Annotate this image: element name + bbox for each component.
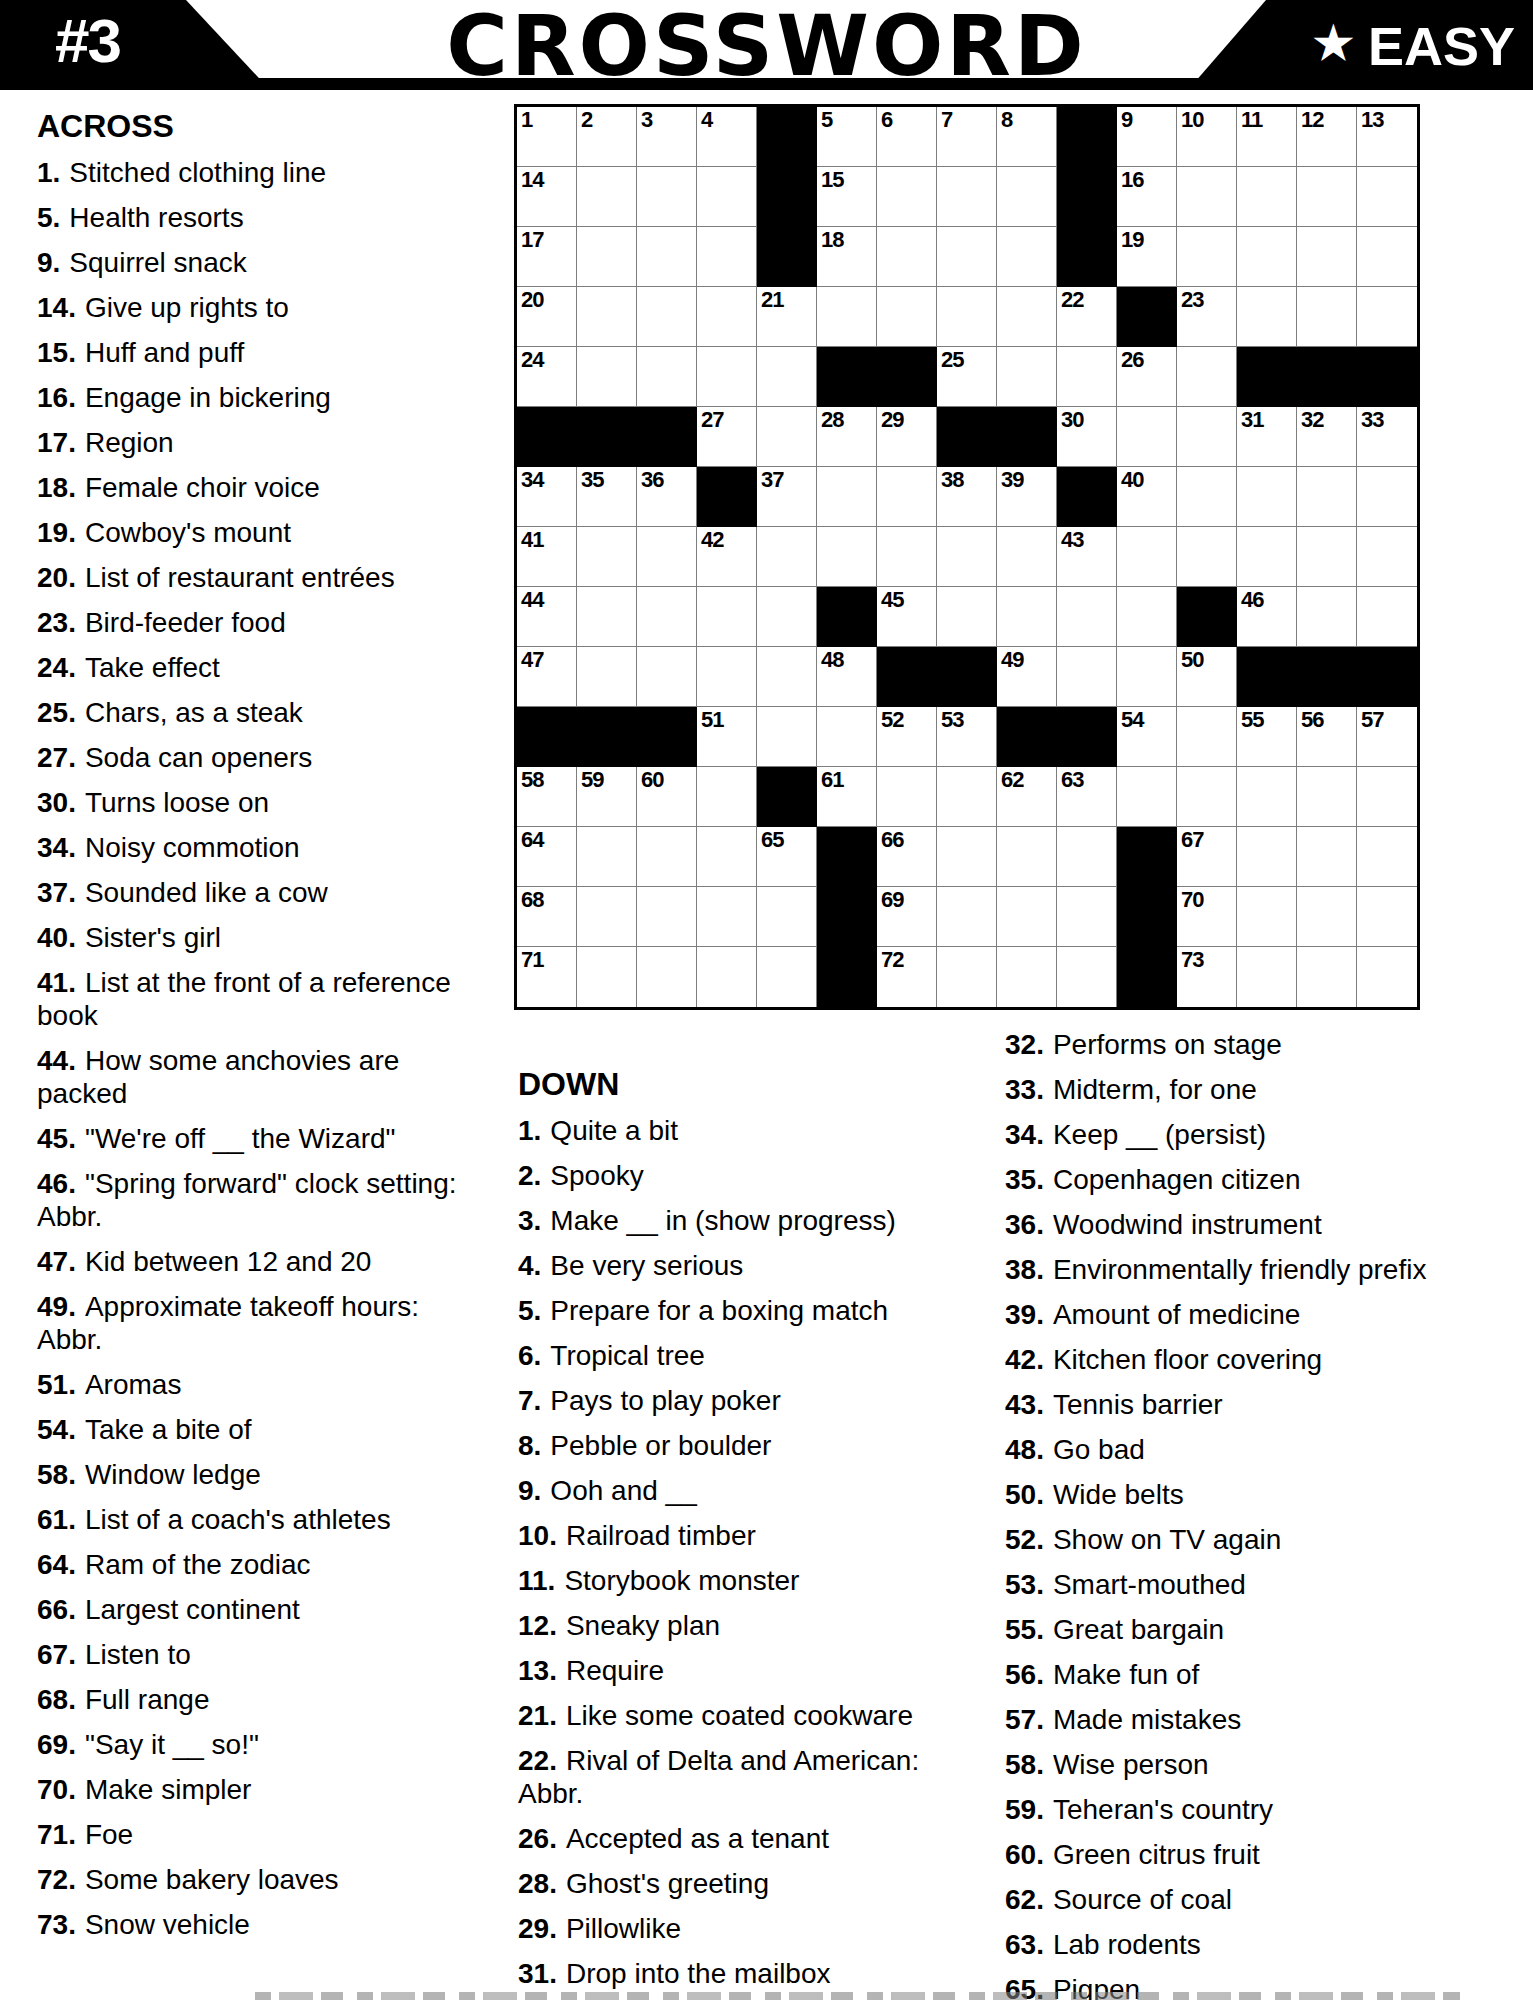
grid-cell-r2c15[interactable] bbox=[1357, 167, 1417, 227]
grid-cell-r13c1[interactable]: 64 bbox=[517, 827, 577, 887]
down-clues-continued-column: 32.Performs on stage33.Midterm, for one3… bbox=[1005, 1028, 1530, 2000]
crossword-grid: 1234567891011121314151617181920212223242… bbox=[514, 104, 1420, 1010]
grid-cell-r4c3[interactable] bbox=[637, 287, 697, 347]
grid-cell-r7c14[interactable] bbox=[1297, 467, 1357, 527]
clue-down-43: 43.Tennis barrier bbox=[1005, 1388, 1530, 1421]
grid-cell-r10c15 bbox=[1357, 647, 1417, 707]
clue-number: 64. bbox=[37, 1549, 76, 1580]
grid-cell-r6c11[interactable] bbox=[1117, 407, 1177, 467]
grid-cell-r8c13[interactable] bbox=[1237, 527, 1297, 587]
clue-text: Engage in bickering bbox=[85, 382, 331, 413]
grid-cell-r14c13[interactable] bbox=[1237, 887, 1297, 947]
clue-across-20: 20.List of restaurant entrées bbox=[37, 561, 487, 594]
grid-cell-r7c4 bbox=[697, 467, 757, 527]
grid-cell-r5c2[interactable] bbox=[577, 347, 637, 407]
clue-across-1: 1.Stitched clothing line bbox=[37, 156, 487, 189]
grid-cell-r9c1[interactable]: 44 bbox=[517, 587, 577, 647]
grid-cell-r12c8[interactable] bbox=[937, 767, 997, 827]
grid-cell-r10c1[interactable]: 47 bbox=[517, 647, 577, 707]
grid-cell-r10c6[interactable]: 48 bbox=[817, 647, 877, 707]
grid-cell-r12c13[interactable] bbox=[1237, 767, 1297, 827]
cell-number: 48 bbox=[821, 647, 843, 673]
grid-cell-r4c2[interactable] bbox=[577, 287, 637, 347]
clue-number: 52. bbox=[1005, 1524, 1044, 1555]
grid-cell-r3c12[interactable] bbox=[1177, 227, 1237, 287]
grid-cell-r11c8[interactable]: 53 bbox=[937, 707, 997, 767]
clue-text: Some bakery loaves bbox=[85, 1864, 339, 1895]
clue-text: Take a bite of bbox=[85, 1414, 252, 1445]
grid-cell-r9c2[interactable] bbox=[577, 587, 637, 647]
grid-cell-r10c10[interactable] bbox=[1057, 647, 1117, 707]
clue-text: Sounded like a cow bbox=[85, 877, 328, 908]
clue-number: 13. bbox=[518, 1655, 557, 1686]
grid-cell-r13c15[interactable] bbox=[1357, 827, 1417, 887]
grid-cell-r14c9[interactable] bbox=[997, 887, 1057, 947]
grid-cell-r15c5[interactable] bbox=[757, 947, 817, 1007]
clue-across-72: 72.Some bakery loaves bbox=[37, 1863, 487, 1896]
grid-cell-r11c13[interactable]: 55 bbox=[1237, 707, 1297, 767]
grid-cell-r4c5[interactable]: 21 bbox=[757, 287, 817, 347]
grid-cell-r1c8[interactable]: 7 bbox=[937, 107, 997, 167]
clue-across-40: 40.Sister's girl bbox=[37, 921, 487, 954]
cell-number: 14 bbox=[521, 167, 543, 193]
grid-cell-r12c6[interactable]: 61 bbox=[817, 767, 877, 827]
cell-number: 64 bbox=[521, 827, 543, 853]
grid-cell-r7c9[interactable]: 39 bbox=[997, 467, 1057, 527]
clue-text: Pays to play poker bbox=[550, 1385, 780, 1416]
grid-cell-r3c2[interactable] bbox=[577, 227, 637, 287]
cell-number: 42 bbox=[701, 527, 723, 553]
grid-cell-r12c2[interactable]: 59 bbox=[577, 767, 637, 827]
clue-text: Sister's girl bbox=[85, 922, 221, 953]
grid-cell-r8c8[interactable] bbox=[937, 527, 997, 587]
grid-cell-r3c15[interactable] bbox=[1357, 227, 1417, 287]
clue-text: "Spring forward" clock setting: Abbr. bbox=[37, 1168, 457, 1232]
grid-cell-r14c12[interactable]: 70 bbox=[1177, 887, 1237, 947]
clue-text: Aromas bbox=[85, 1369, 181, 1400]
cell-number: 35 bbox=[581, 467, 603, 493]
grid-cell-r15c11 bbox=[1117, 947, 1177, 1007]
grid-cell-r6c6[interactable]: 28 bbox=[817, 407, 877, 467]
grid-cell-r14c3[interactable] bbox=[637, 887, 697, 947]
grid-cell-r9c5[interactable] bbox=[757, 587, 817, 647]
grid-cell-r9c7[interactable]: 45 bbox=[877, 587, 937, 647]
grid-cell-r7c5[interactable]: 37 bbox=[757, 467, 817, 527]
grid-cell-r14c10[interactable] bbox=[1057, 887, 1117, 947]
grid-cell-r10c5[interactable] bbox=[757, 647, 817, 707]
grid-cell-r11c5[interactable] bbox=[757, 707, 817, 767]
grid-cell-r5c7 bbox=[877, 347, 937, 407]
clue-number: 2. bbox=[518, 1160, 541, 1191]
cell-number: 3 bbox=[641, 107, 652, 133]
grid-cell-r6c12[interactable] bbox=[1177, 407, 1237, 467]
grid-cell-r13c3[interactable] bbox=[637, 827, 697, 887]
grid-cell-r5c4[interactable] bbox=[697, 347, 757, 407]
grid-cell-r1c3[interactable]: 3 bbox=[637, 107, 697, 167]
clue-text: Smart-mouthed bbox=[1053, 1569, 1246, 1600]
grid-cell-r1c15[interactable]: 13 bbox=[1357, 107, 1417, 167]
clue-down-11: 11.Storybook monster bbox=[518, 1564, 978, 1597]
grid-cell-r12c12[interactable] bbox=[1177, 767, 1237, 827]
grid-cell-r1c9[interactable]: 8 bbox=[997, 107, 1057, 167]
clue-number: 55. bbox=[1005, 1614, 1044, 1645]
grid-cell-r10c12[interactable]: 50 bbox=[1177, 647, 1237, 707]
grid-cell-r9c3[interactable] bbox=[637, 587, 697, 647]
grid-cell-r15c1[interactable]: 71 bbox=[517, 947, 577, 1007]
grid-cell-r15c4[interactable] bbox=[697, 947, 757, 1007]
grid-cell-r4c8[interactable] bbox=[937, 287, 997, 347]
cell-number: 18 bbox=[821, 227, 843, 253]
grid-cell-r5c11[interactable]: 26 bbox=[1117, 347, 1177, 407]
grid-cell-r9c4[interactable] bbox=[697, 587, 757, 647]
grid-cell-r9c10[interactable] bbox=[1057, 587, 1117, 647]
clue-down-28: 28.Ghost's greeting bbox=[518, 1867, 978, 1900]
clue-number: 73. bbox=[37, 1909, 76, 1940]
footer-cropped-text bbox=[255, 1992, 1460, 2000]
grid-cell-r6c5[interactable] bbox=[757, 407, 817, 467]
grid-cell-r3c8[interactable] bbox=[937, 227, 997, 287]
clue-number: 33. bbox=[1005, 1074, 1044, 1105]
grid-cell-r13c14[interactable] bbox=[1297, 827, 1357, 887]
clue-down-59: 59.Teheran's country bbox=[1005, 1793, 1530, 1826]
grid-cell-r2c7[interactable] bbox=[877, 167, 937, 227]
grid-cell-r15c12[interactable]: 73 bbox=[1177, 947, 1237, 1007]
grid-cell-r2c4[interactable] bbox=[697, 167, 757, 227]
cell-number: 9 bbox=[1121, 107, 1132, 133]
grid-cell-r13c5[interactable]: 65 bbox=[757, 827, 817, 887]
grid-cell-r8c1[interactable]: 41 bbox=[517, 527, 577, 587]
cell-number: 69 bbox=[881, 887, 903, 913]
grid-cell-r2c8[interactable] bbox=[937, 167, 997, 227]
clue-number: 61. bbox=[37, 1504, 76, 1535]
grid-cell-r7c3[interactable]: 36 bbox=[637, 467, 697, 527]
cell-number: 24 bbox=[521, 347, 543, 373]
clue-number: 47. bbox=[37, 1246, 76, 1277]
grid-cell-r4c7[interactable] bbox=[877, 287, 937, 347]
grid-cell-r3c11[interactable]: 19 bbox=[1117, 227, 1177, 287]
across-clues-column: ACROSS 1.Stitched clothing line5.Health … bbox=[37, 108, 487, 1941]
grid-cell-r7c15[interactable] bbox=[1357, 467, 1417, 527]
grid-cell-r1c12[interactable]: 10 bbox=[1177, 107, 1237, 167]
clue-number: 14. bbox=[37, 292, 76, 323]
grid-cell-r11c4[interactable]: 51 bbox=[697, 707, 757, 767]
cell-number: 58 bbox=[521, 767, 543, 793]
grid-cell-r4c15[interactable] bbox=[1357, 287, 1417, 347]
cell-number: 46 bbox=[1241, 587, 1263, 613]
cell-number: 20 bbox=[521, 287, 543, 313]
grid-cell-r14c1[interactable]: 68 bbox=[517, 887, 577, 947]
grid-cell-r7c11[interactable]: 40 bbox=[1117, 467, 1177, 527]
grid-cell-r11c3 bbox=[637, 707, 697, 767]
grid-cell-r10c14 bbox=[1297, 647, 1357, 707]
grid-cell-r2c11[interactable]: 16 bbox=[1117, 167, 1177, 227]
grid-cell-r4c12[interactable]: 23 bbox=[1177, 287, 1237, 347]
grid-cell-r13c2[interactable] bbox=[577, 827, 637, 887]
clue-down-10: 10.Railroad timber bbox=[518, 1519, 978, 1552]
grid-cell-r12c15[interactable] bbox=[1357, 767, 1417, 827]
clue-number: 5. bbox=[37, 202, 60, 233]
grid-cell-r12c4[interactable] bbox=[697, 767, 757, 827]
grid-cell-r3c14[interactable] bbox=[1297, 227, 1357, 287]
grid-cell-r1c4[interactable]: 4 bbox=[697, 107, 757, 167]
grid-cell-r14c15[interactable] bbox=[1357, 887, 1417, 947]
grid-cell-r1c7[interactable]: 6 bbox=[877, 107, 937, 167]
clue-across-66: 66.Largest continent bbox=[37, 1593, 487, 1626]
grid-cell-r5c5[interactable] bbox=[757, 347, 817, 407]
clue-text: Tennis barrier bbox=[1053, 1389, 1223, 1420]
clue-across-67: 67.Listen to bbox=[37, 1638, 487, 1671]
grid-cell-r4c6[interactable] bbox=[817, 287, 877, 347]
grid-cell-r8c12[interactable] bbox=[1177, 527, 1237, 587]
clue-across-9: 9.Squirrel snack bbox=[37, 246, 487, 279]
grid-cell-r7c8[interactable]: 38 bbox=[937, 467, 997, 527]
grid-cell-r1c11[interactable]: 9 bbox=[1117, 107, 1177, 167]
clue-number: 17. bbox=[37, 427, 76, 458]
grid-cell-r14c5[interactable] bbox=[757, 887, 817, 947]
grid-cell-r11c15[interactable]: 57 bbox=[1357, 707, 1417, 767]
grid-cell-r8c11[interactable] bbox=[1117, 527, 1177, 587]
clue-number: 50. bbox=[1005, 1479, 1044, 1510]
clue-number: 69. bbox=[37, 1729, 76, 1760]
grid-cell-r8c5[interactable] bbox=[757, 527, 817, 587]
clue-down-9: 9.Ooh and __ bbox=[518, 1474, 978, 1507]
clue-down-48: 48.Go bad bbox=[1005, 1433, 1530, 1466]
grid-cell-r5c3[interactable] bbox=[637, 347, 697, 407]
grid-cell-r15c15[interactable] bbox=[1357, 947, 1417, 1007]
grid-cell-r4c1[interactable]: 20 bbox=[517, 287, 577, 347]
grid-cell-r7c12[interactable] bbox=[1177, 467, 1237, 527]
grid-cell-r15c9[interactable] bbox=[997, 947, 1057, 1007]
clue-text: Foe bbox=[85, 1819, 133, 1850]
grid-cell-r11c12[interactable] bbox=[1177, 707, 1237, 767]
grid-cell-r3c6[interactable]: 18 bbox=[817, 227, 877, 287]
grid-cell-r6c15[interactable]: 33 bbox=[1357, 407, 1417, 467]
grid-cell-r10c9[interactable]: 49 bbox=[997, 647, 1057, 707]
cell-number: 17 bbox=[521, 227, 543, 253]
grid-cell-r8c9[interactable] bbox=[997, 527, 1057, 587]
clue-number: 9. bbox=[37, 247, 60, 278]
grid-cell-r14c7[interactable]: 69 bbox=[877, 887, 937, 947]
grid-cell-r3c9[interactable] bbox=[997, 227, 1057, 287]
clue-text: Ram of the zodiac bbox=[85, 1549, 311, 1580]
grid-cell-r14c2[interactable] bbox=[577, 887, 637, 947]
grid-cell-r4c14[interactable] bbox=[1297, 287, 1357, 347]
cell-number: 57 bbox=[1361, 707, 1383, 733]
grid-cell-r5c12[interactable] bbox=[1177, 347, 1237, 407]
clue-text: Soda can openers bbox=[85, 742, 312, 773]
grid-cell-r14c4[interactable] bbox=[697, 887, 757, 947]
grid-cell-r10c4[interactable] bbox=[697, 647, 757, 707]
grid-cell-r8c2[interactable] bbox=[577, 527, 637, 587]
clue-text: Quite a bit bbox=[550, 1115, 678, 1146]
grid-cell-r9c15[interactable] bbox=[1357, 587, 1417, 647]
grid-cell-r5c1[interactable]: 24 bbox=[517, 347, 577, 407]
grid-cell-r13c7[interactable]: 66 bbox=[877, 827, 937, 887]
grid-cell-r2c13[interactable] bbox=[1237, 167, 1297, 227]
grid-cell-r3c4[interactable] bbox=[697, 227, 757, 287]
grid-cell-r13c4[interactable] bbox=[697, 827, 757, 887]
clue-text: Stitched clothing line bbox=[69, 157, 326, 188]
clue-down-26: 26.Accepted as a tenant bbox=[518, 1822, 978, 1855]
cell-number: 7 bbox=[941, 107, 952, 133]
grid-cell-r15c3[interactable] bbox=[637, 947, 697, 1007]
grid-cell-r9c14[interactable] bbox=[1297, 587, 1357, 647]
grid-cell-r4c13[interactable] bbox=[1237, 287, 1297, 347]
clue-number: 45. bbox=[37, 1123, 76, 1154]
grid-cell-r9c9[interactable] bbox=[997, 587, 1057, 647]
cell-number: 55 bbox=[1241, 707, 1263, 733]
grid-cell-r1c1[interactable]: 1 bbox=[517, 107, 577, 167]
grid-cell-r6c7[interactable]: 29 bbox=[877, 407, 937, 467]
clue-across-51: 51.Aromas bbox=[37, 1368, 487, 1401]
grid-cell-r12c11[interactable] bbox=[1117, 767, 1177, 827]
grid-cell-r12c5 bbox=[757, 767, 817, 827]
clue-down-38: 38.Environmentally friendly prefix bbox=[1005, 1253, 1530, 1286]
clue-number: 62. bbox=[1005, 1884, 1044, 1915]
grid-cell-r12c10[interactable]: 63 bbox=[1057, 767, 1117, 827]
grid-cell-r4c10[interactable]: 22 bbox=[1057, 287, 1117, 347]
clue-number: 56. bbox=[1005, 1659, 1044, 1690]
grid-cell-r8c7[interactable] bbox=[877, 527, 937, 587]
cell-number: 62 bbox=[1001, 767, 1023, 793]
grid-cell-r7c6[interactable] bbox=[817, 467, 877, 527]
grid-cell-r14c8[interactable] bbox=[937, 887, 997, 947]
grid-cell-r4c4[interactable] bbox=[697, 287, 757, 347]
grid-cell-r8c4[interactable]: 42 bbox=[697, 527, 757, 587]
clue-number: 37. bbox=[37, 877, 76, 908]
grid-cell-r9c11[interactable] bbox=[1117, 587, 1177, 647]
grid-cell-r6c14[interactable]: 32 bbox=[1297, 407, 1357, 467]
grid-cell-r15c7[interactable]: 72 bbox=[877, 947, 937, 1007]
grid-cell-r11c11[interactable]: 54 bbox=[1117, 707, 1177, 767]
grid-cell-r8c6[interactable] bbox=[817, 527, 877, 587]
clue-down-63: 63.Lab rodents bbox=[1005, 1928, 1530, 1961]
grid-cell-r15c10[interactable] bbox=[1057, 947, 1117, 1007]
grid-cell-r11c6[interactable] bbox=[817, 707, 877, 767]
grid-cell-r13c12[interactable]: 67 bbox=[1177, 827, 1237, 887]
grid-cell-r2c9[interactable] bbox=[997, 167, 1057, 227]
clue-text: Kitchen floor covering bbox=[1053, 1344, 1322, 1375]
cell-number: 5 bbox=[821, 107, 832, 133]
grid-cell-r12c7[interactable] bbox=[877, 767, 937, 827]
grid-cell-r8c10[interactable]: 43 bbox=[1057, 527, 1117, 587]
clue-number: 9. bbox=[518, 1475, 541, 1506]
grid-cell-r2c6[interactable]: 15 bbox=[817, 167, 877, 227]
cell-number: 41 bbox=[521, 527, 543, 553]
clue-down-50: 50.Wide belts bbox=[1005, 1478, 1530, 1511]
cell-number: 65 bbox=[761, 827, 783, 853]
grid-cell-r13c9[interactable] bbox=[997, 827, 1057, 887]
clue-text: How some anchovies are packed bbox=[37, 1045, 399, 1109]
grid-cell-r10c2[interactable] bbox=[577, 647, 637, 707]
grid-cell-r3c3[interactable] bbox=[637, 227, 697, 287]
grid-cell-r1c2[interactable]: 2 bbox=[577, 107, 637, 167]
grid-cell-r9c13[interactable]: 46 bbox=[1237, 587, 1297, 647]
clue-number: 1. bbox=[37, 157, 60, 188]
grid-cell-r8c3[interactable] bbox=[637, 527, 697, 587]
clue-down-33: 33.Midterm, for one bbox=[1005, 1073, 1530, 1106]
clue-text: Pillowlike bbox=[566, 1913, 681, 1944]
grid-cell-r12c9[interactable]: 62 bbox=[997, 767, 1057, 827]
cell-number: 13 bbox=[1361, 107, 1383, 133]
clue-text: Ooh and __ bbox=[550, 1475, 696, 1506]
grid-cell-r6c13[interactable]: 31 bbox=[1237, 407, 1297, 467]
grid-cell-r2c3[interactable] bbox=[637, 167, 697, 227]
cell-number: 54 bbox=[1121, 707, 1143, 733]
grid-cell-r1c6[interactable]: 5 bbox=[817, 107, 877, 167]
grid-cell-r15c13[interactable] bbox=[1237, 947, 1297, 1007]
grid-cell-r15c14[interactable] bbox=[1297, 947, 1357, 1007]
grid-cell-r7c1[interactable]: 34 bbox=[517, 467, 577, 527]
grid-cell-r1c13[interactable]: 11 bbox=[1237, 107, 1297, 167]
grid-cell-r2c1[interactable]: 14 bbox=[517, 167, 577, 227]
grid-cell-r9c8[interactable] bbox=[937, 587, 997, 647]
grid-cell-r5c10[interactable] bbox=[1057, 347, 1117, 407]
grid-cell-r11c14[interactable]: 56 bbox=[1297, 707, 1357, 767]
clue-across-30: 30.Turns loose on bbox=[37, 786, 487, 819]
clue-number: 23. bbox=[37, 607, 76, 638]
grid-cell-r14c6 bbox=[817, 887, 877, 947]
grid-cell-r12c14[interactable] bbox=[1297, 767, 1357, 827]
grid-cell-r10c7 bbox=[877, 647, 937, 707]
grid-cell-r12c1[interactable]: 58 bbox=[517, 767, 577, 827]
clue-number: 59. bbox=[1005, 1794, 1044, 1825]
clue-text: Amount of medicine bbox=[1053, 1299, 1300, 1330]
grid-cell-r10c11[interactable] bbox=[1117, 647, 1177, 707]
grid-cell-r5c8[interactable]: 25 bbox=[937, 347, 997, 407]
grid-cell-r13c10[interactable] bbox=[1057, 827, 1117, 887]
clue-text: Be very serious bbox=[550, 1250, 743, 1281]
cell-number: 66 bbox=[881, 827, 903, 853]
grid-cell-r13c13[interactable] bbox=[1237, 827, 1297, 887]
grid-cell-r4c9[interactable] bbox=[997, 287, 1057, 347]
grid-cell-r8c14[interactable] bbox=[1297, 527, 1357, 587]
grid-cell-r7c7[interactable] bbox=[877, 467, 937, 527]
grid-cell-r2c2[interactable] bbox=[577, 167, 637, 227]
cell-number: 30 bbox=[1061, 407, 1083, 433]
grid-cell-r15c8[interactable] bbox=[937, 947, 997, 1007]
cell-number: 59 bbox=[581, 767, 603, 793]
grid-cell-r3c1[interactable]: 17 bbox=[517, 227, 577, 287]
grid-cell-r13c8[interactable] bbox=[937, 827, 997, 887]
grid-cell-r15c2[interactable] bbox=[577, 947, 637, 1007]
grid-cell-r10c3[interactable] bbox=[637, 647, 697, 707]
grid-cell-r2c14[interactable] bbox=[1297, 167, 1357, 227]
clue-number: 1. bbox=[518, 1115, 541, 1146]
grid-cell-r11c7[interactable]: 52 bbox=[877, 707, 937, 767]
difficulty-text: EASY bbox=[1368, 16, 1515, 76]
grid-cell-r14c14[interactable] bbox=[1297, 887, 1357, 947]
clue-text: Full range bbox=[85, 1684, 210, 1715]
grid-cell-r5c9[interactable] bbox=[997, 347, 1057, 407]
grid-cell-r6c10[interactable]: 30 bbox=[1057, 407, 1117, 467]
grid-cell-r2c12[interactable] bbox=[1177, 167, 1237, 227]
clue-down-7: 7.Pays to play poker bbox=[518, 1384, 978, 1417]
grid-cell-r3c7[interactable] bbox=[877, 227, 937, 287]
grid-cell-r3c13[interactable] bbox=[1237, 227, 1297, 287]
grid-cell-r8c15[interactable] bbox=[1357, 527, 1417, 587]
grid-cell-r14c11 bbox=[1117, 887, 1177, 947]
grid-cell-r1c14[interactable]: 12 bbox=[1297, 107, 1357, 167]
grid-cell-r6c4[interactable]: 27 bbox=[697, 407, 757, 467]
cell-number: 19 bbox=[1121, 227, 1143, 253]
clue-text: List of restaurant entrées bbox=[85, 562, 395, 593]
grid-cell-r7c13[interactable] bbox=[1237, 467, 1297, 527]
grid-cell-r7c2[interactable]: 35 bbox=[577, 467, 637, 527]
cell-number: 63 bbox=[1061, 767, 1083, 793]
grid-cell-r12c3[interactable]: 60 bbox=[637, 767, 697, 827]
cell-number: 8 bbox=[1001, 107, 1012, 133]
